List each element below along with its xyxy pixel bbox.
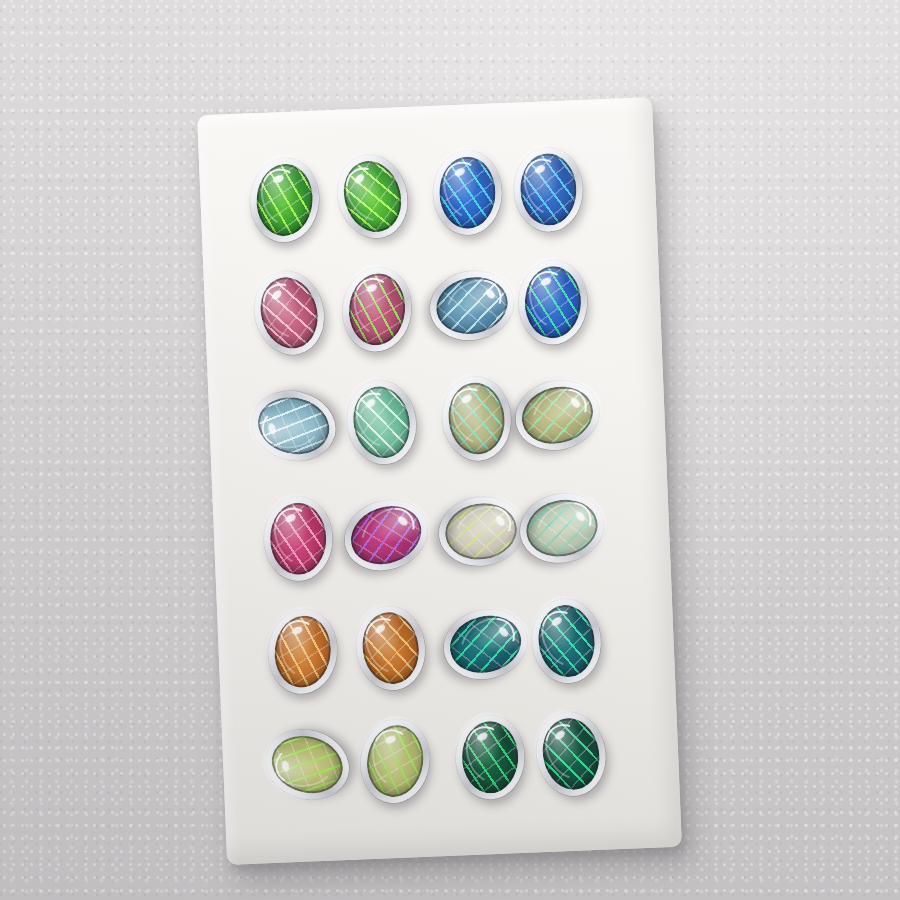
stud-earring-r6c4-emerald-blue-foil (530, 707, 612, 802)
gem-face (363, 722, 428, 801)
stud-earring-r5c4-teal-foil (528, 596, 605, 687)
tray-slot-r2c2 (333, 262, 421, 357)
tray-slot-r3c1 (250, 378, 338, 473)
tray-slot-r6c2 (351, 713, 439, 808)
tray-slot-r1c1 (241, 152, 329, 247)
gem-face (271, 613, 334, 690)
stud-earring-r2c2-rose-pink (339, 264, 415, 354)
stud-earring-r2c1-rose-pink (246, 264, 333, 362)
tray-slot-r5c1 (259, 604, 347, 699)
stud-earring-r5c3-teal-foil (436, 601, 534, 688)
gem-face (519, 152, 578, 226)
tray-slot-r6c1 (263, 717, 351, 812)
stud-earring-r1c1-green-glitter (248, 156, 321, 244)
tray-slot-r3c2 (338, 375, 426, 470)
stud-earring-r3c2-mint-glitter (341, 375, 423, 470)
tray-slot-r6c4 (527, 706, 615, 801)
stud-earring-r6c1-chartreuse-glitter (258, 720, 357, 808)
stud-earring-r4c2-magenta-purple (335, 489, 437, 582)
stud-earring-r1c3-royal-blue-foil (433, 150, 501, 234)
gem-face (516, 379, 600, 451)
gem-face (348, 382, 416, 463)
gem-face (270, 503, 326, 575)
tray-slot-r4c4 (518, 480, 606, 575)
gem-face (254, 162, 315, 237)
gem-face (445, 380, 509, 458)
tray-slot-r4c3 (444, 484, 518, 579)
stud-earring-r4c1-magenta-pink (264, 497, 332, 581)
stud-earring-r4c3-white-opal (435, 492, 528, 571)
tray-slot-r1c2 (329, 149, 417, 244)
photo-background (0, 0, 900, 900)
stud-grid (197, 97, 680, 814)
gem-face (336, 154, 410, 239)
stud-earring-r1c4-royal-blue-foil (513, 146, 584, 233)
tray-slot-r3c3 (440, 371, 514, 466)
gem-face (431, 271, 513, 341)
stud-earring-r4c4-aqua-opal (514, 486, 611, 570)
earring-tray (197, 97, 682, 865)
gem-face (343, 496, 430, 574)
tray-slot-r5c4 (523, 593, 611, 688)
tray-slot-r1c4 (505, 142, 593, 237)
gem-face (524, 265, 582, 339)
stud-earring-r6c3-emerald-foil (456, 715, 524, 799)
tray-slot-r5c3 (449, 597, 523, 692)
gem-face (253, 271, 325, 355)
gem-face (444, 608, 528, 680)
stud-earring-r2c3-steel-blue-glass (424, 263, 521, 347)
tray-slot-r2c1 (245, 265, 333, 360)
stud-earring-r3c1-ice-blue-glitter (245, 383, 342, 468)
tray-slot-r2c4 (509, 255, 597, 350)
gem-face (439, 156, 495, 228)
gem-face (537, 714, 605, 795)
stud-earring-r1c2-green-glitter (328, 147, 417, 247)
tray-slot-r4c1 (254, 491, 342, 586)
tray-slot-r3c4 (514, 368, 602, 463)
stud-earring-r5c1-amber-orange (265, 606, 341, 696)
gem-face (441, 498, 520, 564)
stud-earring-r3c3-champagne-olive (438, 373, 515, 464)
stud-earring-r2c4-blue-green-foil (518, 259, 588, 345)
gem-face (265, 728, 349, 801)
gem-face (346, 271, 409, 348)
gem-face (462, 721, 518, 793)
gem-face (535, 602, 599, 680)
stud-earring-r6c2-chartreuse-glitter (356, 715, 435, 807)
stud-earring-r5c2-amber-orange (351, 602, 430, 695)
gem-face (358, 608, 424, 687)
tray-slot-r2c3 (435, 258, 509, 353)
tray-slot-r6c3 (453, 710, 527, 805)
gem-face (252, 391, 335, 461)
tray-slot-r5c2 (347, 600, 435, 695)
tray-slot-r4c2 (342, 488, 430, 583)
stud-earring-r3c4-champagne-gold (508, 372, 606, 459)
tray-slot-r1c3 (431, 145, 505, 240)
gem-face (521, 493, 603, 563)
